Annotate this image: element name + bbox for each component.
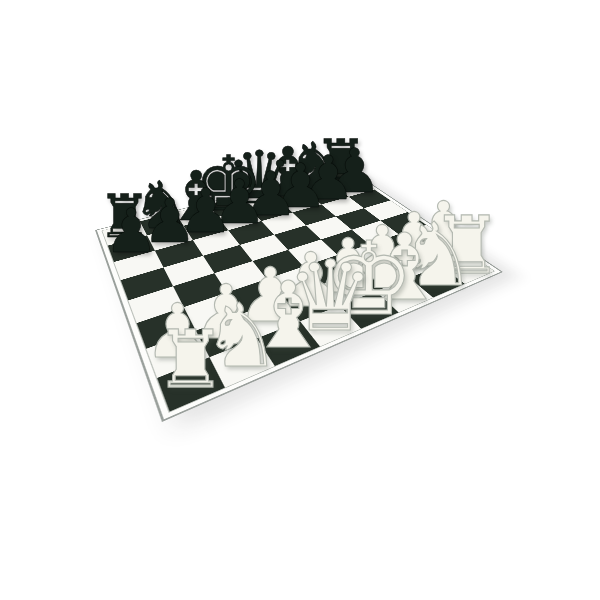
piece-black-pawn-a7[interactable]: ♟ (104, 201, 159, 262)
pieces-layer: ♜♞♝♚♛♝♞♜♟♟♟♟♟♟♟♟♟♟♟♟♟♟♟♟♜♞♝♛♚♝♞♜ (0, 0, 600, 600)
piece-white-rook-a1[interactable]: ♜ (155, 320, 226, 400)
product-photo-stage: ♜♞♝♚♛♝♞♜♟♟♟♟♟♟♟♟♟♟♟♟♟♟♟♟♜♞♝♛♚♝♞♜ (0, 0, 600, 600)
